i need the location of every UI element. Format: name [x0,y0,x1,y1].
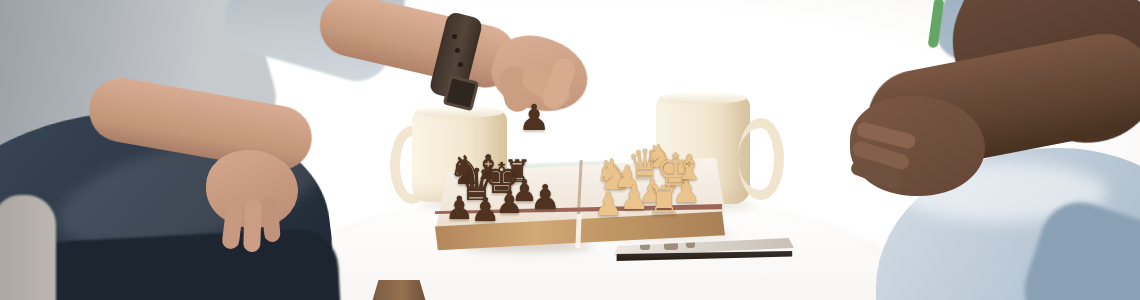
watch-strap-hole [452,34,457,39]
right-mug-handle [738,118,784,200]
armchair-armrest [0,195,56,300]
left-player-finger [243,200,262,253]
reaching-forearm [314,0,523,94]
table-leg [372,280,426,300]
right-mug-rim [659,92,747,104]
watch-strap-hole [455,48,460,53]
watch-strap-hole [458,62,463,67]
chess-piece-dark-p: ♟ [445,192,474,224]
photo-scene: ♞♝♜♛♚♟♟♟♟♟♞♟♟♟♛♟♞♜♚♟♝ ♟ [0,0,1140,300]
chess-piece-dark-p: ♟ [530,180,560,214]
chess-piece-light-b: ♝ [674,150,704,184]
held-chess-piece-dark-pawn: ♟ [518,100,550,136]
